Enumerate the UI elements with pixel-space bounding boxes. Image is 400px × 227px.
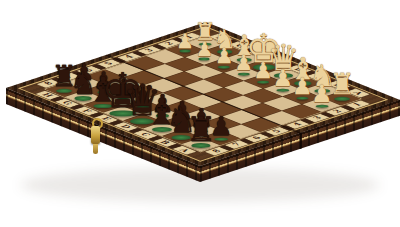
clasp-body	[91, 126, 100, 144]
piece-white-pawn-f2[interactable]: ♟	[215, 45, 234, 66]
pawn-glyph: ♟	[176, 30, 194, 50]
rook-glyph: ♜	[186, 112, 216, 146]
pawn-glyph: ♟	[311, 82, 333, 106]
pawn-glyph: ♟	[234, 53, 253, 74]
piece-black-rook-a8[interactable]: ♜	[186, 112, 216, 146]
clasp-hook	[93, 144, 98, 154]
piece-white-pawn-b2[interactable]: ♟	[292, 75, 313, 98]
pawn-glyph: ♟	[272, 67, 293, 90]
piece-white-pawn-e2[interactable]: ♟	[234, 53, 253, 74]
pawn-glyph: ♟	[196, 38, 214, 58]
pawn-glyph: ♟	[292, 75, 313, 98]
chess-set-photo: HHGGFFEEDDCCBBAA1122334455667788 ♜♞♝♛♚♝♞…	[0, 0, 400, 227]
piece-white-pawn-g2[interactable]: ♟	[196, 38, 214, 58]
piece-white-rook-a1[interactable]: ♜	[329, 70, 355, 99]
brass-clasp[interactable]	[88, 118, 104, 158]
piece-white-pawn-d2[interactable]: ♟	[253, 60, 273, 82]
rook-glyph: ♜	[329, 70, 355, 99]
piece-white-pawn-h2[interactable]: ♟	[176, 30, 194, 50]
piece-white-pawn-c2[interactable]: ♟	[272, 67, 293, 90]
piece-white-pawn-a2[interactable]: ♟	[311, 82, 333, 106]
pawn-glyph: ♟	[253, 60, 273, 82]
pawn-glyph: ♟	[215, 45, 234, 66]
